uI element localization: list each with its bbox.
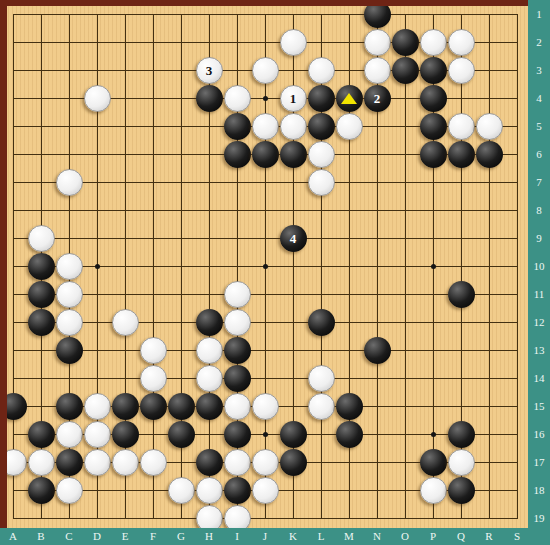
black-stone[interactable]: 2 [364,85,391,112]
black-stone[interactable] [420,113,447,140]
board-frame-left [0,0,7,528]
column-label: M [339,528,359,545]
white-stone[interactable] [84,449,111,476]
white-stone[interactable] [224,449,251,476]
stone-move-number: 4 [290,232,297,245]
hoshi-point [263,432,268,437]
white-stone[interactable] [308,365,335,392]
black-stone[interactable] [280,141,307,168]
column-label: H [199,528,219,545]
black-stone[interactable] [448,141,475,168]
row-label: 17 [528,455,550,469]
column-label: D [87,528,107,545]
stone-move-number: 1 [290,92,297,105]
black-stone[interactable] [280,449,307,476]
black-stone[interactable] [420,85,447,112]
board-grid-line-v [153,14,154,519]
black-stone[interactable] [448,421,475,448]
black-stone[interactable] [448,281,475,308]
go-board[interactable]: 3124 [0,0,528,528]
black-stone[interactable] [420,449,447,476]
white-stone[interactable] [196,477,223,504]
row-label: 14 [528,371,550,385]
white-stone[interactable] [448,29,475,56]
column-label: R [479,528,499,545]
black-stone[interactable] [224,337,251,364]
white-stone[interactable] [336,113,363,140]
black-stone[interactable] [168,393,195,420]
go-game-viewer: 3124 ABCDEFGHIJKLMNOPQRS1234567891011121… [0,0,550,545]
row-label: 2 [528,35,550,49]
black-stone[interactable] [28,421,55,448]
column-label: O [395,528,415,545]
white-stone[interactable] [56,477,83,504]
black-stone[interactable] [308,85,335,112]
black-stone[interactable] [308,309,335,336]
column-label: N [367,528,387,545]
white-stone[interactable] [280,113,307,140]
black-stone[interactable] [56,337,83,364]
white-stone[interactable] [84,85,111,112]
hoshi-point [95,264,100,269]
black-stone[interactable] [112,393,139,420]
black-stone[interactable] [364,337,391,364]
row-label: 12 [528,315,550,329]
black-stone[interactable] [224,113,251,140]
white-stone[interactable] [56,169,83,196]
black-stone[interactable] [448,477,475,504]
stone-move-number: 2 [374,92,381,105]
hoshi-point [263,96,268,101]
column-label: E [115,528,135,545]
white-stone[interactable] [140,449,167,476]
board-grid-line-v [489,14,490,519]
triangle-marker-icon [341,93,357,104]
white-stone[interactable] [308,141,335,168]
white-stone[interactable] [28,225,55,252]
white-stone[interactable] [56,281,83,308]
row-label: 7 [528,175,550,189]
column-label: G [171,528,191,545]
white-stone[interactable] [252,477,279,504]
black-stone[interactable] [112,421,139,448]
black-stone[interactable] [420,141,447,168]
white-stone[interactable] [252,393,279,420]
white-stone[interactable] [448,57,475,84]
row-label: 4 [528,91,550,105]
row-label: 10 [528,259,550,273]
black-stone[interactable] [140,393,167,420]
row-label: 16 [528,427,550,441]
row-label: 9 [528,231,550,245]
black-stone[interactable] [168,421,195,448]
white-stone[interactable] [420,29,447,56]
column-label: S [507,528,527,545]
row-label: 8 [528,203,550,217]
white-stone[interactable] [252,449,279,476]
black-stone[interactable] [280,421,307,448]
row-label: 11 [528,287,550,301]
row-label: 1 [528,7,550,21]
black-stone[interactable] [252,141,279,168]
white-stone[interactable] [252,57,279,84]
white-stone[interactable] [84,393,111,420]
black-stone[interactable] [308,113,335,140]
board-grid-line-v [13,14,14,519]
white-stone[interactable] [224,85,251,112]
black-stone[interactable] [56,449,83,476]
row-label: 15 [528,399,550,413]
white-stone[interactable] [196,365,223,392]
column-label: K [283,528,303,545]
white-stone[interactable] [448,113,475,140]
white-stone[interactable] [364,57,391,84]
row-label: 6 [528,147,550,161]
column-label: I [227,528,247,545]
hoshi-point [431,432,436,437]
stone-move-number: 3 [206,64,213,77]
black-stone[interactable] [336,421,363,448]
column-label: P [423,528,443,545]
black-stone[interactable] [224,141,251,168]
white-stone[interactable] [56,253,83,280]
white-stone[interactable] [308,393,335,420]
column-label: C [59,528,79,545]
black-stone[interactable] [196,85,223,112]
black-stone[interactable] [224,421,251,448]
black-stone[interactable] [336,85,363,112]
white-stone[interactable] [56,421,83,448]
white-stone[interactable] [420,477,447,504]
column-label: B [31,528,51,545]
black-stone[interactable] [196,449,223,476]
black-stone[interactable] [196,393,223,420]
black-stone[interactable] [28,253,55,280]
board-grid-line-v [517,14,518,519]
black-stone[interactable] [28,281,55,308]
white-stone[interactable] [224,393,251,420]
black-stone[interactable] [392,57,419,84]
white-stone[interactable] [280,29,307,56]
white-stone[interactable] [252,113,279,140]
row-label: 19 [528,511,550,525]
white-stone[interactable] [308,57,335,84]
column-label: F [143,528,163,545]
white-stone[interactable] [84,421,111,448]
column-label: J [255,528,275,545]
white-stone[interactable] [364,29,391,56]
black-stone[interactable] [56,393,83,420]
black-stone[interactable] [336,393,363,420]
white-stone[interactable]: 1 [280,85,307,112]
hoshi-point [431,264,436,269]
row-label: 5 [528,119,550,133]
white-stone[interactable] [308,169,335,196]
white-stone[interactable]: 3 [196,57,223,84]
hoshi-point [263,264,268,269]
black-stone[interactable]: 4 [280,225,307,252]
white-stone[interactable] [56,309,83,336]
row-label: 3 [528,63,550,77]
black-stone[interactable] [420,57,447,84]
black-stone[interactable] [28,309,55,336]
white-stone[interactable] [140,365,167,392]
column-label: A [3,528,23,545]
column-label: Q [451,528,471,545]
black-stone[interactable] [392,29,419,56]
white-stone[interactable] [476,113,503,140]
white-stone[interactable] [112,309,139,336]
white-stone[interactable] [224,309,251,336]
black-stone[interactable] [476,141,503,168]
black-stone[interactable] [224,365,251,392]
white-stone[interactable] [112,449,139,476]
white-stone[interactable] [448,449,475,476]
white-stone[interactable] [224,281,251,308]
board-grid-line-v [405,14,406,519]
column-label: L [311,528,331,545]
white-stone[interactable] [28,449,55,476]
white-stone[interactable] [196,337,223,364]
white-stone[interactable] [140,337,167,364]
white-stone[interactable] [168,477,195,504]
row-label: 18 [528,483,550,497]
board-frame-top [0,0,528,6]
black-stone[interactable] [28,477,55,504]
black-stone[interactable] [196,309,223,336]
black-stone[interactable] [224,477,251,504]
row-label: 13 [528,343,550,357]
